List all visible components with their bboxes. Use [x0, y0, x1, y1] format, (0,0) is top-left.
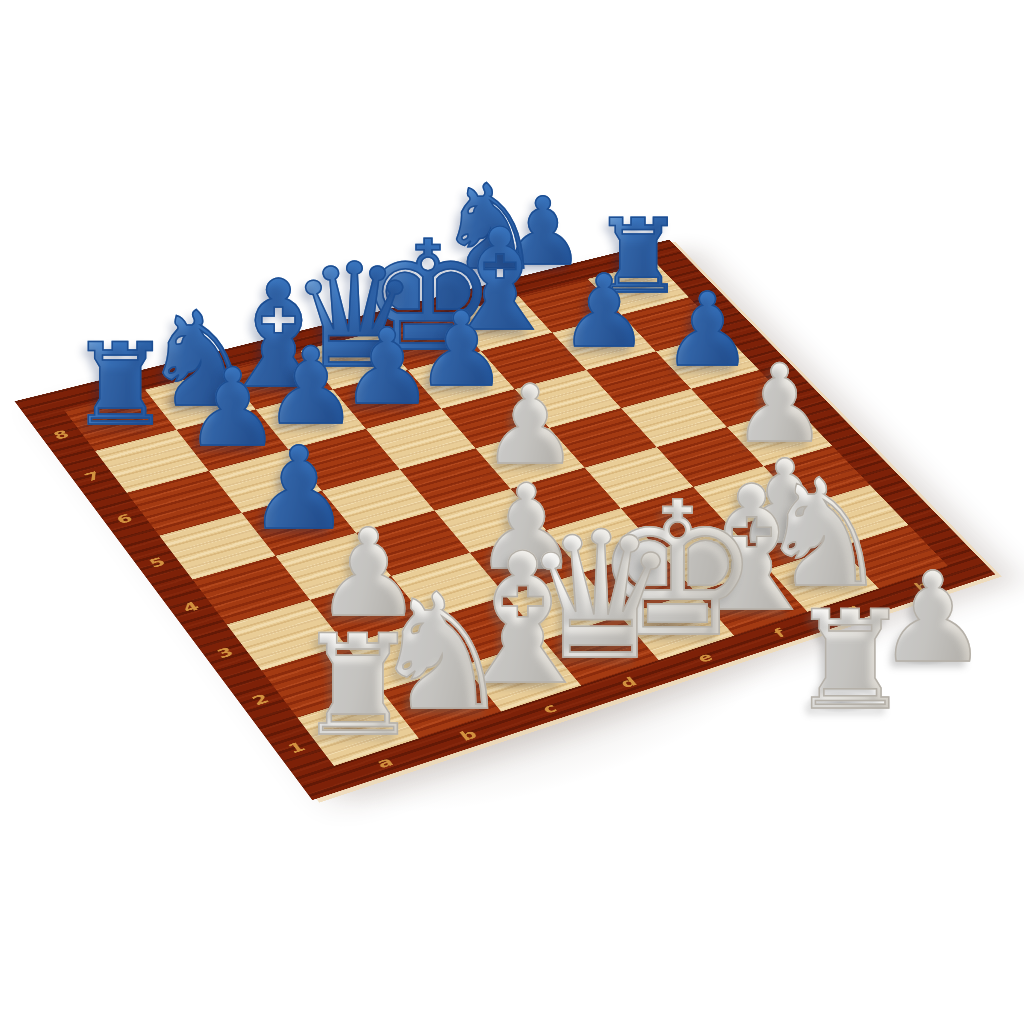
- rank-label-4: 4: [179, 599, 202, 616]
- rank-label-6: 6: [113, 511, 136, 527]
- piece-shadow: [442, 251, 522, 276]
- chess-product-scene: 87654321abcdefgh ♜♞♝♛♚♝♜♟♟♟♟♟♟♟♟♟♟♟♟♜♞♝♛…: [0, 0, 1024, 1024]
- file-label-a: a: [373, 754, 397, 772]
- rank-label-3: 3: [214, 644, 238, 661]
- rank-label-7: 7: [81, 469, 103, 484]
- file-label-c: c: [539, 700, 561, 717]
- piece-blue-knight-offboard: ♞: [437, 169, 542, 286]
- rank-label-8: 8: [50, 427, 72, 442]
- rank-label-2: 2: [249, 691, 273, 709]
- rank-label-1: 1: [285, 739, 309, 757]
- rank-label-5: 5: [146, 555, 169, 571]
- file-label-h: h: [911, 579, 934, 595]
- file-label-e: e: [694, 649, 717, 665]
- file-label-g: g: [840, 602, 863, 618]
- file-label-b: b: [456, 726, 481, 744]
- file-label-f: f: [770, 626, 789, 641]
- file-label-d: d: [617, 674, 641, 691]
